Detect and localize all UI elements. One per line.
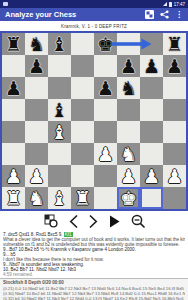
square-a1[interactable]: ♜ <box>2 187 25 209</box>
notification-icon <box>3 2 8 6</box>
clock-text: 17:47 <box>174 2 185 7</box>
square-d2[interactable] <box>71 165 94 187</box>
square-a5[interactable] <box>2 99 25 121</box>
square-b7[interactable]: ♟ <box>25 55 48 77</box>
overflow-menu-icon[interactable]: ⋮ <box>175 11 183 19</box>
square-a6[interactable]: ♟ <box>2 77 25 99</box>
black-pawn: ♟ <box>97 77 114 99</box>
black-pawn: ♟ <box>5 77 22 99</box>
square-f2[interactable]: ♟ <box>117 165 140 187</box>
black-knight: ♞ <box>28 33 45 55</box>
black-bishop: ♝ <box>51 33 68 55</box>
black-pawn: ♟ <box>166 55 183 77</box>
square-a2[interactable]: ♟ <box>2 165 25 187</box>
square-e2[interactable] <box>94 165 117 187</box>
white-king: ♚ <box>120 187 137 209</box>
square-b3[interactable] <box>25 143 48 165</box>
square-c8[interactable]: ♝ <box>48 33 71 55</box>
white-pawn: ♟ <box>143 165 160 187</box>
next-move-button[interactable] <box>89 215 98 228</box>
square-e5[interactable] <box>94 99 117 121</box>
square-g6[interactable] <box>140 77 163 99</box>
previous-move-button[interactable] <box>69 215 78 228</box>
engine-panel: Stockfish 8 Depth 0/20 00:00 (0.21) 0-0 … <box>0 278 188 300</box>
board-toolbar <box>0 211 188 231</box>
square-g2[interactable]: ♟ <box>140 165 163 187</box>
square-b4[interactable] <box>25 121 48 143</box>
square-c4[interactable]: ♝ <box>48 121 71 143</box>
zoom-out-icon[interactable] <box>131 214 145 228</box>
square-h5[interactable] <box>163 99 186 121</box>
white-pawn: ♟ <box>28 165 45 187</box>
black-pawn: ♟ <box>143 55 160 77</box>
game-header: Kramnik, V. 1 - 0 DEEP FRITZ <box>0 21 188 31</box>
board-grid: ♜♞♝♚♜♟♟♟♟♟♟♞♝♝♟♞♟♟♟♟♟♜♞♝♜♚ <box>2 33 186 209</box>
square-b6[interactable] <box>25 77 48 99</box>
analyze-your-chess-app: 17:47 Analyze your Chess ⋮ Kramnik, V. 1… <box>0 0 188 300</box>
white-rook: ♜ <box>74 187 91 209</box>
white-pawn: ♟ <box>120 165 137 187</box>
square-f6[interactable]: ♞ <box>117 77 140 99</box>
app-bar: Analyze your Chess ⋮ <box>0 8 188 21</box>
white-knight: ♞ <box>120 143 137 165</box>
square-g3[interactable] <box>140 143 163 165</box>
time-note: 4:59 remained. <box>3 272 185 277</box>
black-pawn: ♟ <box>28 55 45 77</box>
square-d8[interactable] <box>71 33 94 55</box>
square-b5[interactable] <box>25 99 48 121</box>
square-b8[interactable]: ♞ <box>25 33 48 55</box>
square-e7[interactable] <box>94 55 117 77</box>
square-g4[interactable] <box>140 121 163 143</box>
square-a4[interactable] <box>2 121 25 143</box>
square-c6[interactable] <box>48 77 71 99</box>
square-c3[interactable] <box>48 143 71 165</box>
square-g1[interactable] <box>140 187 163 209</box>
square-e3[interactable]: ♟ <box>94 143 117 165</box>
white-pawn: ♟ <box>97 143 114 165</box>
square-c7[interactable] <box>48 55 71 77</box>
square-c1[interactable]: ♝ <box>48 187 71 209</box>
white-knight: ♞ <box>28 187 45 209</box>
square-e8[interactable]: ♚ <box>94 33 117 55</box>
square-b1[interactable]: ♞ <box>25 187 48 209</box>
square-h7[interactable]: ♟ <box>163 55 186 77</box>
engine-variation[interactable]: (0.30) Nbd7 10.Be2 b6 11.Nbd2 Bb7 12.Nb3… <box>3 291 185 296</box>
square-h8[interactable]: ♜ <box>163 33 186 55</box>
black-bishop: ♝ <box>51 99 68 121</box>
square-f4[interactable] <box>117 121 140 143</box>
setup-board-button[interactable] <box>44 214 58 228</box>
black-king: ♚ <box>97 33 114 55</box>
engine-variation[interactable]: (0.21) 0-0 10.Nbd2 b6 11.Be2 Bb7 12.Nb3 … <box>3 286 185 291</box>
square-e4[interactable] <box>94 121 117 143</box>
white-bishop: ♝ <box>51 121 68 143</box>
square-f8[interactable] <box>117 33 140 55</box>
app-title: Analyze your Chess <box>5 10 145 19</box>
white-pawn: ♟ <box>166 165 183 187</box>
square-h2[interactable]: ♟ <box>163 165 186 187</box>
square-d6[interactable] <box>71 77 94 99</box>
square-g7[interactable]: ♟ <box>140 55 163 77</box>
white-rook: ♜ <box>5 187 22 209</box>
engine-variation[interactable]: (0.32) b6 10.Nbd2 Bb7 11.Nb3 Be7 12.Nfd4… <box>3 296 185 300</box>
battery-icon <box>169 2 172 7</box>
square-g8[interactable] <box>140 33 163 55</box>
square-e6[interactable]: ♟ <box>94 77 117 99</box>
square-a7[interactable] <box>2 55 25 77</box>
square-f1[interactable]: ♚ <box>117 187 140 209</box>
black-pawn: ♟ <box>120 55 137 77</box>
square-b2[interactable]: ♟ <box>25 165 48 187</box>
square-g5[interactable] <box>140 99 163 121</box>
black-rook: ♜ <box>166 33 183 55</box>
square-h1[interactable] <box>163 187 186 209</box>
share-icon[interactable] <box>160 10 169 19</box>
square-d7[interactable] <box>71 55 94 77</box>
notation-panel: 7. dxc5 Qxd1 8. Rxd1 Bxc5 9. Kf1 What a … <box>0 231 188 277</box>
white-bishop: ♝ <box>51 187 68 209</box>
square-d3[interactable] <box>71 143 94 165</box>
signal-icon <box>163 2 167 6</box>
play-button[interactable] <box>109 215 120 228</box>
square-a3[interactable] <box>2 143 25 165</box>
square-d4[interactable] <box>71 121 94 143</box>
white-pawn: ♟ <box>5 165 22 187</box>
square-d1[interactable]: ♜ <box>71 187 94 209</box>
square-c5[interactable]: ♝ <box>48 99 71 121</box>
square-a8[interactable]: ♜ <box>2 33 25 55</box>
square-h6[interactable] <box>163 77 186 99</box>
game-header-text: Kramnik, V. 1 - 0 DEEP FRITZ <box>61 24 127 29</box>
square-f3[interactable]: ♞ <box>117 143 140 165</box>
black-rook: ♜ <box>5 33 22 55</box>
square-h3[interactable] <box>163 143 186 165</box>
square-c2[interactable] <box>48 165 71 187</box>
chess-board: ♜♞♝♚♜♟♟♟♟♟♟♞♝♝♟♞♟♟♟♟♟♜♞♝♜♚ <box>0 31 188 211</box>
board-icon[interactable] <box>145 10 154 19</box>
square-d5[interactable] <box>71 99 94 121</box>
square-e1[interactable] <box>94 187 117 209</box>
square-f5[interactable] <box>117 99 140 121</box>
black-knight: ♞ <box>120 77 137 99</box>
square-f7[interactable]: ♟ <box>117 55 140 77</box>
status-bar: 17:47 <box>0 0 188 8</box>
square-h4[interactable] <box>163 121 186 143</box>
